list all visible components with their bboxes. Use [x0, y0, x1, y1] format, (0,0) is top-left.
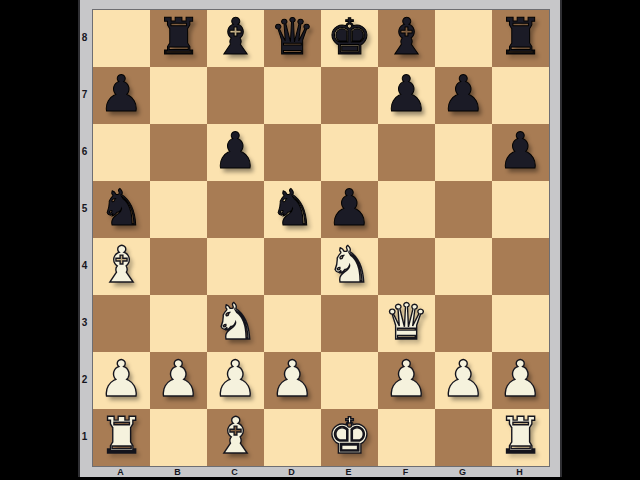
- square-g8[interactable]: [435, 10, 492, 67]
- square-e5[interactable]: ♟: [321, 181, 378, 238]
- file-label-b: B: [149, 466, 206, 477]
- file-label-f: F: [377, 466, 434, 477]
- piece-white-pawn[interactable]: ♟: [270, 354, 315, 404]
- piece-black-pawn[interactable]: ♟: [441, 69, 486, 119]
- piece-black-pawn[interactable]: ♟: [213, 126, 258, 176]
- piece-white-knight[interactable]: ♞: [327, 240, 372, 290]
- square-f2[interactable]: ♟: [378, 352, 435, 409]
- rank-label-7: 7: [78, 66, 91, 123]
- square-h7[interactable]: [492, 67, 549, 124]
- square-b7[interactable]: [150, 67, 207, 124]
- square-h3[interactable]: [492, 295, 549, 352]
- piece-white-pawn[interactable]: ♟: [213, 354, 258, 404]
- square-a1[interactable]: ♜: [93, 409, 150, 466]
- square-c5[interactable]: [207, 181, 264, 238]
- letterbox-left: [0, 0, 78, 480]
- square-b8[interactable]: ♜: [150, 10, 207, 67]
- piece-white-bishop[interactable]: ♝: [213, 411, 258, 461]
- square-b1[interactable]: [150, 409, 207, 466]
- piece-white-king[interactable]: ♚: [327, 411, 372, 461]
- piece-black-bishop[interactable]: ♝: [384, 12, 429, 62]
- square-d4[interactable]: [264, 238, 321, 295]
- square-g2[interactable]: ♟: [435, 352, 492, 409]
- square-d3[interactable]: [264, 295, 321, 352]
- square-f5[interactable]: [378, 181, 435, 238]
- rank-label-1: 1: [78, 408, 91, 465]
- piece-black-knight[interactable]: ♞: [270, 183, 315, 233]
- file-label-h: H: [491, 466, 548, 477]
- piece-white-pawn[interactable]: ♟: [498, 354, 543, 404]
- piece-white-bishop[interactable]: ♝: [99, 240, 144, 290]
- square-a5[interactable]: ♞: [93, 181, 150, 238]
- square-c7[interactable]: [207, 67, 264, 124]
- square-d2[interactable]: ♟: [264, 352, 321, 409]
- square-g7[interactable]: ♟: [435, 67, 492, 124]
- piece-black-pawn[interactable]: ♟: [498, 126, 543, 176]
- rank-label-6: 6: [78, 123, 91, 180]
- piece-black-pawn[interactable]: ♟: [327, 183, 372, 233]
- piece-white-pawn[interactable]: ♟: [156, 354, 201, 404]
- square-a3[interactable]: [93, 295, 150, 352]
- square-e8[interactable]: ♚: [321, 10, 378, 67]
- square-f1[interactable]: [378, 409, 435, 466]
- square-g6[interactable]: [435, 124, 492, 181]
- square-h5[interactable]: [492, 181, 549, 238]
- square-h8[interactable]: ♜: [492, 10, 549, 67]
- square-h2[interactable]: ♟: [492, 352, 549, 409]
- rank-label-2: 2: [78, 351, 91, 408]
- square-f8[interactable]: ♝: [378, 10, 435, 67]
- file-label-e: E: [320, 466, 377, 477]
- piece-black-pawn[interactable]: ♟: [384, 69, 429, 119]
- piece-white-rook[interactable]: ♜: [498, 411, 543, 461]
- square-b3[interactable]: [150, 295, 207, 352]
- file-label-c: C: [206, 466, 263, 477]
- square-d7[interactable]: [264, 67, 321, 124]
- square-d8[interactable]: ♛: [264, 10, 321, 67]
- square-h1[interactable]: ♜: [492, 409, 549, 466]
- piece-white-knight[interactable]: ♞: [213, 297, 258, 347]
- rank-label-4: 4: [78, 237, 91, 294]
- piece-white-pawn[interactable]: ♟: [99, 354, 144, 404]
- square-d1[interactable]: [264, 409, 321, 466]
- square-c8[interactable]: ♝: [207, 10, 264, 67]
- piece-black-knight[interactable]: ♞: [99, 183, 144, 233]
- square-e3[interactable]: [321, 295, 378, 352]
- file-label-d: D: [263, 466, 320, 477]
- square-f3[interactable]: ♛: [378, 295, 435, 352]
- piece-white-pawn[interactable]: ♟: [384, 354, 429, 404]
- square-g1[interactable]: [435, 409, 492, 466]
- square-e7[interactable]: [321, 67, 378, 124]
- square-f6[interactable]: [378, 124, 435, 181]
- square-b4[interactable]: [150, 238, 207, 295]
- square-d6[interactable]: [264, 124, 321, 181]
- file-label-g: G: [434, 466, 491, 477]
- square-h4[interactable]: [492, 238, 549, 295]
- square-d5[interactable]: ♞: [264, 181, 321, 238]
- square-c1[interactable]: ♝: [207, 409, 264, 466]
- piece-black-pawn[interactable]: ♟: [99, 69, 144, 119]
- piece-white-pawn[interactable]: ♟: [441, 354, 486, 404]
- square-e2[interactable]: [321, 352, 378, 409]
- square-c6[interactable]: ♟: [207, 124, 264, 181]
- piece-black-king[interactable]: ♚: [327, 12, 372, 62]
- square-e6[interactable]: [321, 124, 378, 181]
- square-g3[interactable]: [435, 295, 492, 352]
- square-c3[interactable]: ♞: [207, 295, 264, 352]
- square-b5[interactable]: [150, 181, 207, 238]
- piece-black-rook[interactable]: ♜: [498, 12, 543, 62]
- rank-label-3: 3: [78, 294, 91, 351]
- letterbox-right: [562, 0, 640, 480]
- square-a4[interactable]: ♝: [93, 238, 150, 295]
- chess-board: ♜♝♛♚♝♜♟♟♟♟♟♞♞♟♝♞♞♛♟♟♟♟♟♟♟♜♝♚♜: [92, 9, 550, 467]
- square-c4[interactable]: [207, 238, 264, 295]
- square-e4[interactable]: ♞: [321, 238, 378, 295]
- square-a8[interactable]: [93, 10, 150, 67]
- square-b6[interactable]: [150, 124, 207, 181]
- rank-label-5: 5: [78, 180, 91, 237]
- piece-black-rook[interactable]: ♜: [156, 12, 201, 62]
- piece-black-bishop[interactable]: ♝: [213, 12, 258, 62]
- square-f4[interactable]: [378, 238, 435, 295]
- square-c2[interactable]: ♟: [207, 352, 264, 409]
- piece-white-queen[interactable]: ♛: [384, 297, 429, 347]
- square-a2[interactable]: ♟: [93, 352, 150, 409]
- square-f7[interactable]: ♟: [378, 67, 435, 124]
- square-a7[interactable]: ♟: [93, 67, 150, 124]
- square-b2[interactable]: ♟: [150, 352, 207, 409]
- piece-white-rook[interactable]: ♜: [99, 411, 144, 461]
- rank-label-8: 8: [78, 9, 91, 66]
- square-h6[interactable]: ♟: [492, 124, 549, 181]
- square-e1[interactable]: ♚: [321, 409, 378, 466]
- square-a6[interactable]: [93, 124, 150, 181]
- square-g4[interactable]: [435, 238, 492, 295]
- square-g5[interactable]: [435, 181, 492, 238]
- file-label-a: A: [92, 466, 149, 477]
- piece-black-queen[interactable]: ♛: [270, 12, 315, 62]
